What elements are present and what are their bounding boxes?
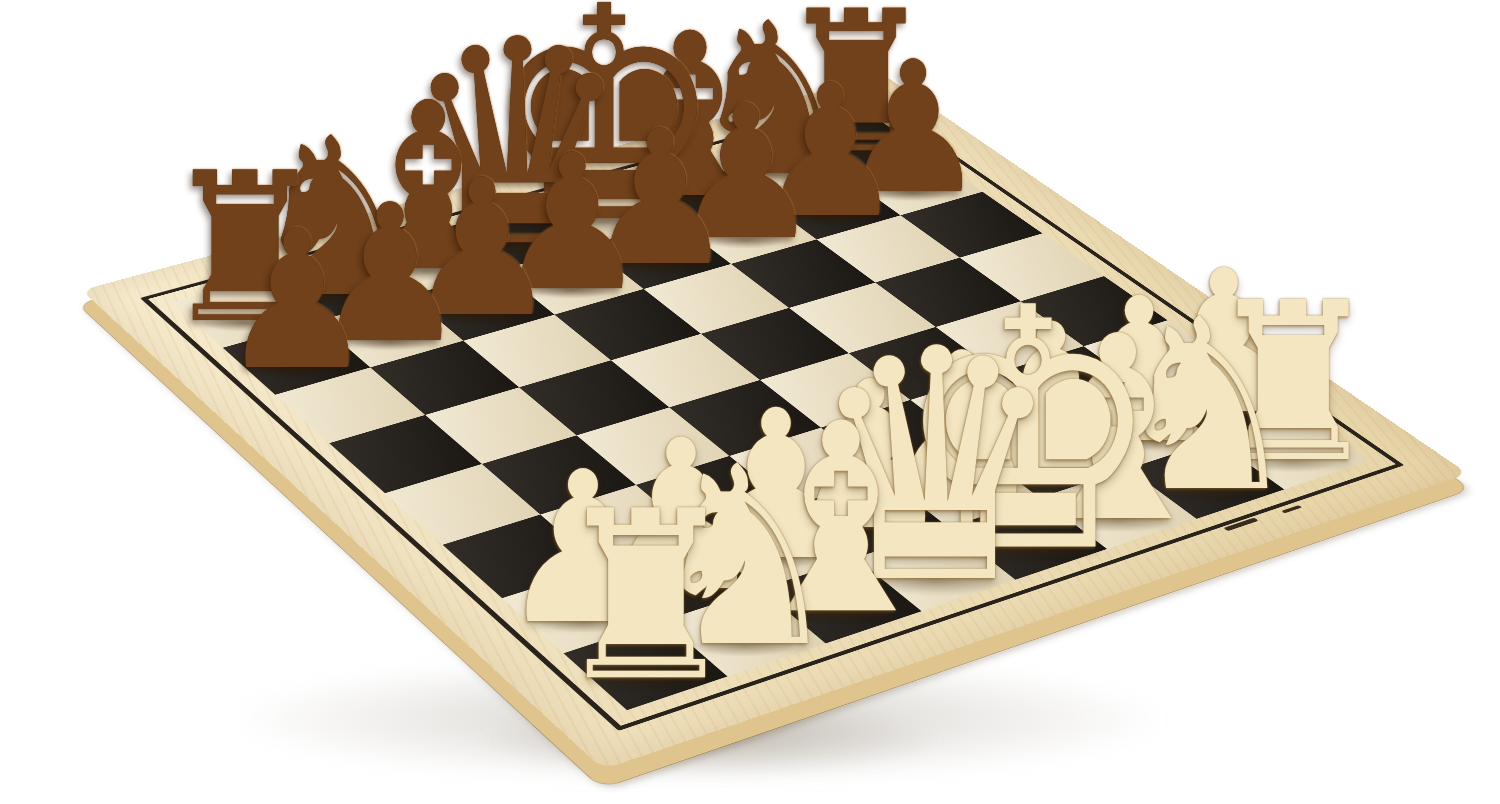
chess-board xyxy=(81,74,1468,769)
chessboard-photo-stage: ♜♞♝♛♚♝♞♜♟♟♟♟♟♟♟♟♟♟♟♟♟♟♟♟♜♞♝♛♚♝♞♜ xyxy=(0,0,1500,804)
board-fold-seam-2 xyxy=(1281,505,1302,513)
board-squares xyxy=(172,112,1370,710)
scene xyxy=(0,0,1500,804)
